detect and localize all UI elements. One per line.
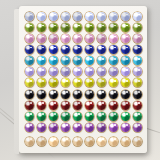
stud-row-champagne	[25, 137, 142, 146]
stud-row-sapphire	[25, 45, 142, 54]
gem-stud-amethyst	[61, 123, 70, 132]
gem-stud-aqua	[73, 56, 82, 65]
gem-stud-rose	[133, 34, 142, 43]
gem-stud-citrine	[85, 78, 94, 87]
gem-stud-amethyst	[25, 123, 34, 132]
gem-stud-sapphire	[25, 45, 34, 54]
gem-stud-jet	[85, 90, 94, 99]
gem-stud-emerald	[49, 112, 58, 121]
stud-row-garnet	[25, 101, 142, 110]
gem-stud-aqua	[121, 56, 130, 65]
gem-stud-champagne	[85, 137, 94, 146]
gem-stud-jet	[49, 90, 58, 99]
gem-stud-aqua	[61, 56, 70, 65]
gem-stud-crystal	[37, 12, 46, 21]
gem-stud-citrine	[73, 78, 82, 87]
gem-stud-rose	[49, 34, 58, 43]
gem-stud-citrine	[133, 78, 142, 87]
gem-stud-jet	[25, 90, 34, 99]
gem-stud-peridot	[121, 23, 130, 32]
gem-stud-garnet	[133, 101, 142, 110]
stud-row-amethyst	[25, 123, 142, 132]
gem-stud-citrine	[25, 78, 34, 87]
gem-stud-aqua	[85, 56, 94, 65]
gem-stud-emerald	[97, 112, 106, 121]
gem-stud-garnet	[49, 101, 58, 110]
gem-stud-lavender	[25, 67, 34, 76]
gem-stud-amethyst	[49, 123, 58, 132]
gem-stud-lavender	[85, 67, 94, 76]
gem-stud-crystal	[25, 12, 34, 21]
gem-stud-emerald	[73, 112, 82, 121]
gem-stud-champagne	[97, 137, 106, 146]
gem-stud-garnet	[109, 101, 118, 110]
gem-stud-sapphire	[109, 45, 118, 54]
gem-stud-aqua	[133, 56, 142, 65]
gem-stud-citrine	[121, 78, 130, 87]
gem-stud-emerald	[121, 112, 130, 121]
stud-row-peridot	[25, 23, 142, 32]
gem-stud-champagne	[121, 137, 130, 146]
gem-stud-amethyst	[109, 123, 118, 132]
gem-stud-sapphire	[49, 45, 58, 54]
gem-stud-rose	[61, 34, 70, 43]
gem-stud-citrine	[61, 78, 70, 87]
gem-stud-champagne	[37, 137, 46, 146]
stud-row-aqua	[25, 56, 142, 65]
gem-stud-citrine	[49, 78, 58, 87]
gem-stud-sapphire	[133, 45, 142, 54]
gem-stud-citrine	[97, 78, 106, 87]
gem-stud-crystal	[133, 12, 142, 21]
gem-stud-sapphire	[61, 45, 70, 54]
gem-stud-champagne	[25, 137, 34, 146]
gem-stud-amethyst	[97, 123, 106, 132]
gem-stud-aqua	[25, 56, 34, 65]
gem-stud-crystal	[97, 12, 106, 21]
gem-stud-rose	[85, 34, 94, 43]
gem-stud-citrine	[109, 78, 118, 87]
gem-stud-sapphire	[97, 45, 106, 54]
gem-stud-champagne	[49, 137, 58, 146]
stud-row-citrine	[25, 78, 142, 87]
stud-row-crystal	[25, 12, 142, 21]
gem-stud-rose	[37, 34, 46, 43]
gem-stud-emerald	[85, 112, 94, 121]
gem-stud-lavender	[49, 67, 58, 76]
gem-stud-champagne	[73, 137, 82, 146]
gem-stud-champagne	[61, 137, 70, 146]
gem-stud-garnet	[61, 101, 70, 110]
gem-stud-aqua	[109, 56, 118, 65]
gem-stud-jet	[97, 90, 106, 99]
stud-grid	[25, 12, 142, 146]
gem-stud-emerald	[37, 112, 46, 121]
gem-stud-peridot	[133, 23, 142, 32]
gem-stud-jet	[73, 90, 82, 99]
gem-stud-sapphire	[37, 45, 46, 54]
gem-stud-jet	[121, 90, 130, 99]
gem-stud-garnet	[37, 101, 46, 110]
card-side-edge	[14, 9, 19, 154]
gem-stud-amethyst	[133, 123, 142, 132]
earring-display-card	[19, 6, 147, 153]
gem-stud-emerald	[109, 112, 118, 121]
photo-scene	[0, 0, 160, 160]
gem-stud-garnet	[85, 101, 94, 110]
gem-stud-champagne	[109, 137, 118, 146]
gem-stud-peridot	[37, 23, 46, 32]
gem-stud-peridot	[85, 23, 94, 32]
gem-stud-jet	[37, 90, 46, 99]
gem-stud-emerald	[25, 112, 34, 121]
gem-stud-garnet	[73, 101, 82, 110]
gem-stud-crystal	[109, 12, 118, 21]
gem-stud-lavender	[37, 67, 46, 76]
gem-stud-sapphire	[85, 45, 94, 54]
gem-stud-garnet	[25, 101, 34, 110]
gem-stud-lavender	[121, 67, 130, 76]
gem-stud-lavender	[97, 67, 106, 76]
gem-stud-rose	[25, 34, 34, 43]
gem-stud-aqua	[97, 56, 106, 65]
stud-row-lavender	[25, 67, 142, 76]
gem-stud-emerald	[133, 112, 142, 121]
gem-stud-peridot	[109, 23, 118, 32]
gem-stud-citrine	[37, 78, 46, 87]
gem-stud-rose	[73, 34, 82, 43]
gem-stud-lavender	[61, 67, 70, 76]
gem-stud-amethyst	[73, 123, 82, 132]
gem-stud-aqua	[49, 56, 58, 65]
gem-stud-amethyst	[37, 123, 46, 132]
stud-row-jet	[25, 90, 142, 99]
gem-stud-peridot	[73, 23, 82, 32]
gem-stud-lavender	[109, 67, 118, 76]
gem-stud-garnet	[121, 101, 130, 110]
gem-stud-peridot	[97, 23, 106, 32]
gem-stud-crystal	[73, 12, 82, 21]
gem-stud-rose	[121, 34, 130, 43]
gem-stud-sapphire	[121, 45, 130, 54]
gem-stud-crystal	[85, 12, 94, 21]
gem-stud-jet	[61, 90, 70, 99]
gem-stud-amethyst	[85, 123, 94, 132]
gem-stud-amethyst	[121, 123, 130, 132]
gem-stud-lavender	[133, 67, 142, 76]
gem-stud-jet	[109, 90, 118, 99]
gem-stud-rose	[97, 34, 106, 43]
stud-row-rose	[25, 34, 142, 43]
stud-row-emerald	[25, 112, 142, 121]
gem-stud-peridot	[49, 23, 58, 32]
gem-stud-rose	[109, 34, 118, 43]
gem-stud-peridot	[25, 23, 34, 32]
gem-stud-crystal	[49, 12, 58, 21]
gem-stud-lavender	[73, 67, 82, 76]
gem-stud-crystal	[121, 12, 130, 21]
gem-stud-sapphire	[73, 45, 82, 54]
gem-stud-champagne	[133, 137, 142, 146]
gem-stud-garnet	[97, 101, 106, 110]
gem-stud-emerald	[61, 112, 70, 121]
gem-stud-peridot	[61, 23, 70, 32]
gem-stud-aqua	[37, 56, 46, 65]
gem-stud-jet	[133, 90, 142, 99]
gem-stud-crystal	[61, 12, 70, 21]
